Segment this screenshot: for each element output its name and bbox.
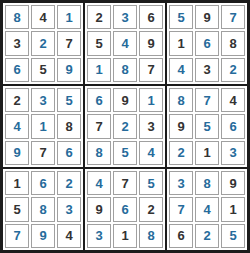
cell-r5c1[interactable]: 4	[5, 114, 29, 138]
cell-r2c2[interactable]: 2	[31, 31, 55, 55]
box-1: 841327659	[2, 2, 84, 85]
cell-r5c4[interactable]: 7	[87, 114, 111, 138]
box-9: 389741625	[166, 168, 248, 251]
cell-r8c4[interactable]: 9	[87, 197, 111, 221]
cell-r4c3[interactable]: 5	[57, 88, 81, 112]
cell-r3c8[interactable]: 3	[195, 58, 219, 82]
cell-r9c6[interactable]: 8	[139, 224, 163, 248]
cell-r6c2[interactable]: 7	[31, 141, 55, 165]
cell-r2c8[interactable]: 6	[195, 31, 219, 55]
cell-r6c9[interactable]: 3	[221, 141, 245, 165]
cell-r8c2[interactable]: 8	[31, 197, 55, 221]
cell-r8c1[interactable]: 5	[5, 197, 29, 221]
cell-r9c2[interactable]: 9	[31, 224, 55, 248]
cell-r9c9[interactable]: 5	[221, 224, 245, 248]
cell-r6c4[interactable]: 8	[87, 141, 111, 165]
cell-r1c9[interactable]: 7	[221, 5, 245, 29]
box-8: 475962318	[84, 168, 166, 251]
cell-r5c8[interactable]: 5	[195, 114, 219, 138]
cell-r2c1[interactable]: 3	[5, 31, 29, 55]
cell-r9c1[interactable]: 7	[5, 224, 29, 248]
cell-r7c1[interactable]: 1	[5, 171, 29, 195]
cell-r6c8[interactable]: 1	[195, 141, 219, 165]
cell-r9c8[interactable]: 2	[195, 224, 219, 248]
cell-r1c6[interactable]: 6	[139, 5, 163, 29]
cell-r9c4[interactable]: 3	[87, 224, 111, 248]
cell-r7c7[interactable]: 3	[169, 171, 193, 195]
cell-r5c3[interactable]: 8	[57, 114, 81, 138]
cell-r1c1[interactable]: 8	[5, 5, 29, 29]
box-4: 235418976	[2, 85, 84, 168]
cell-r4c5[interactable]: 9	[113, 88, 137, 112]
cell-r7c3[interactable]: 2	[57, 171, 81, 195]
cell-r4c4[interactable]: 6	[87, 88, 111, 112]
box-7: 162583794	[2, 168, 84, 251]
box-5: 691723854	[84, 85, 166, 168]
cell-r3c5[interactable]: 8	[113, 58, 137, 82]
box-6: 874956213	[166, 85, 248, 168]
sudoku-app: 8413276592365491875971684322354189766917…	[0, 0, 250, 253]
cell-r2c4[interactable]: 5	[87, 31, 111, 55]
cell-r8c9[interactable]: 1	[221, 197, 245, 221]
cell-r3c3[interactable]: 9	[57, 58, 81, 82]
cell-r1c7[interactable]: 5	[169, 5, 193, 29]
cell-r6c5[interactable]: 5	[113, 141, 137, 165]
cell-r8c5[interactable]: 6	[113, 197, 137, 221]
cell-r2c7[interactable]: 1	[169, 31, 193, 55]
cell-r5c2[interactable]: 1	[31, 114, 55, 138]
box-2: 236549187	[84, 2, 166, 85]
cell-r1c4[interactable]: 2	[87, 5, 111, 29]
cell-r5c9[interactable]: 6	[221, 114, 245, 138]
cell-r6c7[interactable]: 2	[169, 141, 193, 165]
cell-r7c5[interactable]: 7	[113, 171, 137, 195]
cell-r3c4[interactable]: 1	[87, 58, 111, 82]
cell-r3c6[interactable]: 7	[139, 58, 163, 82]
cell-r1c3[interactable]: 1	[57, 5, 81, 29]
cell-r7c2[interactable]: 6	[31, 171, 55, 195]
cell-r5c5[interactable]: 2	[113, 114, 137, 138]
cell-r8c6[interactable]: 2	[139, 197, 163, 221]
cell-r3c1[interactable]: 6	[5, 58, 29, 82]
cell-r4c7[interactable]: 8	[169, 88, 193, 112]
cell-r4c6[interactable]: 1	[139, 88, 163, 112]
cell-r4c1[interactable]: 2	[5, 88, 29, 112]
cell-r4c8[interactable]: 7	[195, 88, 219, 112]
cell-r7c6[interactable]: 5	[139, 171, 163, 195]
cell-r8c3[interactable]: 3	[57, 197, 81, 221]
cell-r1c2[interactable]: 4	[31, 5, 55, 29]
cell-r8c7[interactable]: 7	[169, 197, 193, 221]
sudoku-board: 8413276592365491875971684322354189766917…	[0, 0, 250, 253]
cell-r9c7[interactable]: 6	[169, 224, 193, 248]
cell-r4c2[interactable]: 3	[31, 88, 55, 112]
cell-r9c3[interactable]: 4	[57, 224, 81, 248]
cell-r3c7[interactable]: 4	[169, 58, 193, 82]
cell-r2c3[interactable]: 7	[57, 31, 81, 55]
cell-r2c5[interactable]: 4	[113, 31, 137, 55]
cell-r6c3[interactable]: 6	[57, 141, 81, 165]
cell-r6c6[interactable]: 4	[139, 141, 163, 165]
cell-r3c9[interactable]: 2	[221, 58, 245, 82]
cell-r5c6[interactable]: 3	[139, 114, 163, 138]
cell-r4c9[interactable]: 4	[221, 88, 245, 112]
cell-r9c5[interactable]: 1	[113, 224, 137, 248]
cell-r6c1[interactable]: 9	[5, 141, 29, 165]
box-3: 597168432	[166, 2, 248, 85]
cell-r2c6[interactable]: 9	[139, 31, 163, 55]
cell-r7c8[interactable]: 8	[195, 171, 219, 195]
cell-r1c5[interactable]: 3	[113, 5, 137, 29]
cell-r1c8[interactable]: 9	[195, 5, 219, 29]
cell-r2c9[interactable]: 8	[221, 31, 245, 55]
cell-r3c2[interactable]: 5	[31, 58, 55, 82]
cell-r7c9[interactable]: 9	[221, 171, 245, 195]
cell-r8c8[interactable]: 4	[195, 197, 219, 221]
cell-r5c7[interactable]: 9	[169, 114, 193, 138]
cell-r7c4[interactable]: 4	[87, 171, 111, 195]
